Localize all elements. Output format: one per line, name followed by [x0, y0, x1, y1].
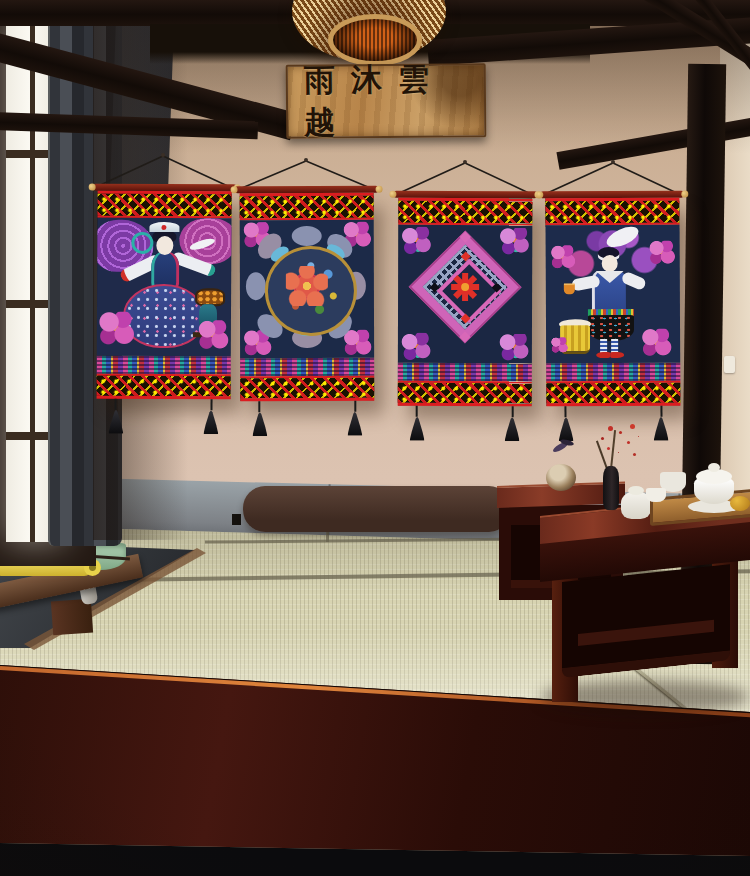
scroll-artwork [545, 225, 680, 364]
star-center [461, 283, 469, 291]
tassel-string [210, 399, 212, 410]
center-flower [286, 266, 328, 306]
rod-knob [376, 186, 383, 193]
light-switch [724, 356, 735, 373]
tassel [108, 410, 123, 434]
tassel-string [564, 406, 566, 417]
scroll-cloth [97, 191, 232, 400]
scroll-artwork [97, 218, 232, 357]
window-mullion [30, 18, 35, 542]
red-shoe [596, 352, 610, 358]
yellow-fruit [730, 496, 750, 511]
border-band [97, 376, 231, 397]
border-band [398, 363, 532, 381]
wall-socket [232, 514, 241, 525]
tassel-string [416, 406, 418, 417]
border-band [240, 378, 374, 398]
tassel [347, 412, 362, 436]
side-flower [550, 245, 576, 269]
border-band [240, 196, 374, 218]
corner-flower [640, 329, 672, 357]
border-band [240, 358, 374, 376]
black-apron [588, 315, 634, 341]
tassel [654, 417, 669, 441]
plaque-char: 雲 [398, 60, 445, 96]
wall-scroll-diamond [398, 191, 533, 451]
round-vase [546, 464, 576, 491]
scroll-artwork [398, 225, 532, 363]
headdress-dot [161, 225, 166, 230]
tassel-string [660, 406, 662, 417]
wall-scroll-dancer [96, 184, 231, 445]
plaque-char: 雨 [304, 61, 351, 97]
border-band [546, 383, 680, 404]
scroll-cloth [545, 198, 680, 407]
rod-knob [89, 184, 96, 191]
wall-scroll-tea-girl [545, 191, 680, 452]
scroll-cloth [240, 193, 375, 401]
corner-flower [197, 320, 229, 350]
girl-face [602, 255, 618, 272]
side-flower [648, 241, 676, 265]
basket-flower [550, 337, 568, 353]
black-vase [603, 466, 619, 510]
border-band [545, 201, 679, 224]
dancer-face [156, 236, 173, 255]
tassel-string [114, 399, 116, 410]
bolster-cushion [243, 486, 511, 532]
border-band [97, 356, 231, 375]
tassel [252, 412, 267, 436]
tea-room-photo: 雨沐雲越 [0, 0, 750, 876]
border-band [398, 383, 532, 403]
petal-blob [292, 226, 322, 246]
rod-knob [389, 191, 396, 198]
plaque-text: 雨沐雲越 [288, 58, 485, 144]
swirl-ring [131, 232, 153, 254]
striped-legging [600, 339, 607, 353]
tea-cup [646, 488, 666, 502]
border-band [546, 363, 680, 382]
tassel [410, 417, 425, 441]
corner-butterfly [400, 227, 432, 255]
corner-butterfly [498, 227, 530, 255]
tassel-string [354, 401, 356, 412]
corner-butterfly [342, 330, 372, 356]
corner-flower [97, 312, 135, 346]
petal-blob [246, 272, 266, 300]
rod-knob [681, 191, 688, 198]
plaque-char: 越 [304, 103, 351, 139]
tassel-string [258, 401, 260, 412]
scroll-artwork [240, 220, 374, 358]
tea-cup [564, 283, 575, 294]
gaiwan-knob [708, 463, 720, 472]
tassel [203, 410, 218, 434]
dancer-skirt [123, 284, 205, 348]
wall-scroll-medallion [240, 186, 375, 446]
plaque-char: 沐 [351, 61, 398, 97]
red-shoe [610, 352, 624, 358]
tassel-string [512, 406, 514, 417]
corner-butterfly [400, 333, 432, 361]
rod-knob [231, 186, 238, 193]
scroll-cloth [398, 198, 533, 406]
rod-knob [536, 191, 543, 198]
wood-plaque: 雨沐雲越 [286, 63, 487, 139]
border-band [98, 194, 232, 217]
tassel [559, 417, 574, 441]
border-band [398, 201, 532, 223]
jar-lid [628, 486, 644, 495]
red-berries [608, 426, 613, 431]
tassel [505, 417, 520, 441]
corner-butterfly [498, 333, 530, 361]
striped-legging [611, 339, 618, 353]
